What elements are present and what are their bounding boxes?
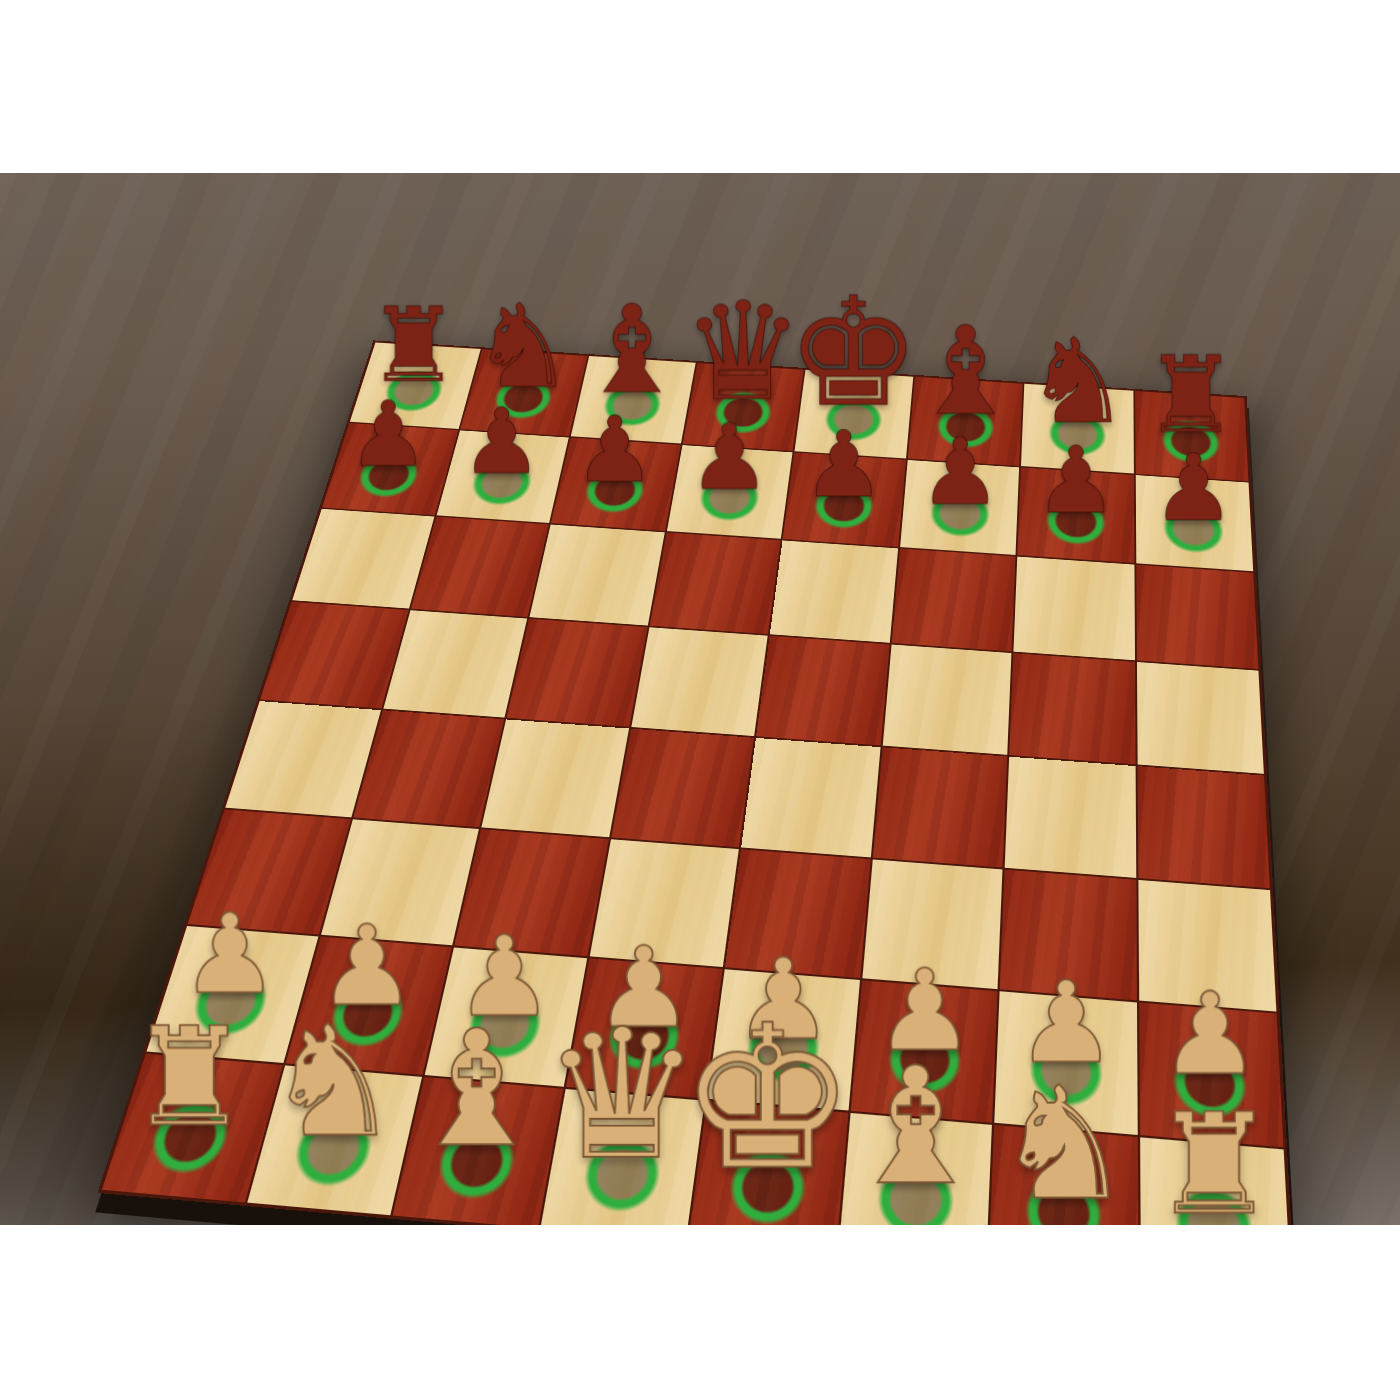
square-h1: ♜ — [1140, 1137, 1292, 1225]
square-a5 — [260, 601, 408, 708]
piece-white-knight: ♞ — [994, 1072, 1133, 1215]
piece-white-rook: ♜ — [1151, 1100, 1276, 1225]
piece-black-bishop: ♝ — [911, 316, 1021, 428]
piece-black-pawn: ♟ — [348, 393, 429, 476]
piece-black-pawn: ♟ — [1035, 438, 1118, 523]
square-e7: ♟ — [783, 452, 906, 547]
square-b5 — [383, 610, 527, 718]
square-d5 — [631, 627, 768, 736]
piece-white-pawn: ♟ — [181, 904, 280, 1005]
white-margin-bottom — [0, 1225, 1400, 1400]
square-e5 — [756, 635, 889, 745]
square-c4 — [481, 719, 628, 836]
square-a4 — [225, 701, 380, 817]
square-f7: ♟ — [900, 460, 1019, 555]
square-e4 — [741, 738, 880, 857]
square-c7: ♟ — [551, 437, 680, 531]
square-b1: ♞ — [247, 1065, 422, 1215]
square-d4 — [611, 729, 754, 847]
square-f1: ♝ — [838, 1112, 992, 1225]
piece-black-bishop: ♝ — [578, 295, 687, 406]
piece-white-bishop: ♝ — [405, 1017, 548, 1164]
square-e6 — [770, 540, 898, 642]
board: ♜♞♝♛♚♝♞♜♟♟♟♟♟♟♟♟♟♟♟♟♟♟♟♟♜♞♝♛♚♝♞♜ — [102, 342, 1291, 1225]
square-c5 — [506, 618, 647, 727]
square-b4 — [353, 710, 504, 827]
square-c6 — [530, 525, 665, 626]
square-h4 — [1137, 766, 1270, 888]
square-d6 — [649, 532, 780, 633]
square-h6 — [1136, 565, 1258, 669]
piece-white-rook: ♜ — [129, 1015, 251, 1140]
piece-black-knight: ♞ — [1025, 328, 1130, 436]
square-h5 — [1136, 662, 1263, 774]
square-e1: ♚ — [688, 1100, 848, 1225]
square-g6 — [1013, 557, 1134, 660]
piece-black-pawn: ♟ — [803, 423, 885, 507]
piece-black-pawn: ♟ — [461, 401, 542, 484]
square-f4 — [872, 747, 1007, 867]
square-g7: ♟ — [1017, 467, 1134, 563]
piece-black-pawn: ♟ — [688, 416, 770, 500]
square-h7: ♟ — [1135, 475, 1253, 572]
square-g1: ♞ — [988, 1125, 1138, 1225]
board-3d: ♜♞♝♛♚♝♞♜♟♟♟♟♟♟♟♟♟♟♟♟♟♟♟♟♜♞♝♛♚♝♞♜ — [102, 342, 1291, 1225]
square-c1: ♝ — [393, 1077, 563, 1225]
piece-black-pawn: ♟ — [574, 408, 656, 492]
photo-area: ♜♞♝♛♚♝♞♜♟♟♟♟♟♟♟♟♟♟♟♟♟♟♟♟♜♞♝♛♚♝♞♜ — [0, 173, 1400, 1225]
piece-black-pawn: ♟ — [919, 431, 1001, 515]
piece-black-knight: ♞ — [471, 293, 575, 399]
piece-black-king: ♚ — [786, 283, 921, 421]
piece-white-bishop: ♝ — [843, 1054, 988, 1203]
square-d7: ♟ — [666, 445, 792, 539]
square-g5 — [1009, 653, 1135, 764]
piece-black-rook: ♜ — [368, 298, 460, 393]
square-a7: ♟ — [322, 423, 458, 515]
scene: ♜♞♝♛♚♝♞♜♟♟♟♟♟♟♟♟♟♟♟♟♟♟♟♟♜♞♝♛♚♝♞♜ — [0, 173, 1400, 1225]
piece-black-rook: ♜ — [1144, 347, 1238, 444]
piece-white-king: ♚ — [679, 1007, 857, 1190]
square-b7: ♟ — [436, 430, 569, 523]
square-f5 — [882, 644, 1011, 755]
piece-black-pawn: ♟ — [1152, 446, 1235, 531]
square-b6 — [411, 517, 549, 617]
piece-white-knight: ♞ — [264, 1012, 401, 1152]
piece-white-pawn: ♟ — [1159, 982, 1260, 1086]
square-f6 — [891, 548, 1015, 651]
white-margin-top — [0, 0, 1400, 173]
square-g4 — [1005, 757, 1136, 878]
square-a6 — [292, 509, 434, 608]
